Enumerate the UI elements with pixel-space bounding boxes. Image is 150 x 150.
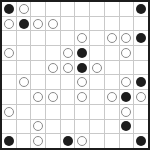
board-cell-r5c1[interactable] bbox=[17, 75, 31, 89]
board-cell-r9c0[interactable] bbox=[2, 134, 16, 148]
board-cell-r8c2[interactable] bbox=[31, 120, 45, 134]
board-cell-r3c6[interactable] bbox=[90, 46, 104, 60]
board-cell-r4c3[interactable] bbox=[46, 61, 60, 75]
white-circle bbox=[121, 33, 131, 43]
board-cell-r2c9[interactable] bbox=[134, 31, 148, 45]
board-cell-r0c5[interactable] bbox=[75, 2, 89, 16]
white-circle bbox=[33, 92, 43, 102]
board-cell-r9c3[interactable] bbox=[46, 134, 60, 148]
board-cell-r9c7[interactable] bbox=[105, 134, 119, 148]
board-cell-r1c4[interactable] bbox=[61, 17, 75, 31]
board-cell-r3c3[interactable] bbox=[46, 46, 60, 60]
black-circle bbox=[121, 92, 131, 102]
board-cell-r8c9[interactable] bbox=[134, 120, 148, 134]
board-cell-r9c1[interactable] bbox=[17, 134, 31, 148]
board-cell-r0c7[interactable] bbox=[105, 2, 119, 16]
board-cell-r1c3[interactable] bbox=[46, 17, 60, 31]
board-cell-r9c6[interactable] bbox=[90, 134, 104, 148]
board-cell-r9c5[interactable] bbox=[75, 134, 89, 148]
board-cell-r2c3[interactable] bbox=[46, 31, 60, 45]
board-cell-r2c7[interactable] bbox=[105, 31, 119, 45]
board-cell-r0c9[interactable] bbox=[134, 2, 148, 16]
white-circle bbox=[33, 136, 43, 146]
white-circle bbox=[121, 77, 131, 87]
black-circle bbox=[19, 19, 29, 29]
white-circle bbox=[63, 63, 73, 73]
white-circle bbox=[77, 136, 87, 146]
board-cell-r8c5[interactable] bbox=[75, 120, 89, 134]
board-cell-r5c3[interactable] bbox=[46, 75, 60, 89]
white-circle bbox=[107, 92, 117, 102]
board-cell-r3c2[interactable] bbox=[31, 46, 45, 60]
board-cell-r7c6[interactable] bbox=[90, 105, 104, 119]
board-cell-r5c5[interactable] bbox=[75, 75, 89, 89]
board-cell-r9c4[interactable] bbox=[61, 134, 75, 148]
board-cell-r8c3[interactable] bbox=[46, 120, 60, 134]
board-cell-r4c1[interactable] bbox=[17, 61, 31, 75]
board-cell-r8c4[interactable] bbox=[61, 120, 75, 134]
board-cell-r2c8[interactable] bbox=[120, 31, 134, 45]
black-circle bbox=[4, 136, 14, 146]
board-cell-r4c9[interactable] bbox=[134, 61, 148, 75]
board-cell-r6c5[interactable] bbox=[75, 90, 89, 104]
white-circle bbox=[19, 4, 29, 14]
black-circle bbox=[136, 4, 146, 14]
board-cell-r7c1[interactable] bbox=[17, 105, 31, 119]
board-cell-r9c8[interactable] bbox=[120, 134, 134, 148]
board-cell-r4c6[interactable] bbox=[90, 61, 104, 75]
board-cell-r3c0[interactable] bbox=[2, 46, 16, 60]
board-cell-r4c8[interactable] bbox=[120, 61, 134, 75]
board-cell-r7c0[interactable] bbox=[2, 105, 16, 119]
board-cell-r3c8[interactable] bbox=[120, 46, 134, 60]
board-cell-r0c0[interactable] bbox=[2, 2, 16, 16]
board-cell-r7c2[interactable] bbox=[31, 105, 45, 119]
white-circle bbox=[77, 33, 87, 43]
white-circle bbox=[136, 92, 146, 102]
white-circle bbox=[107, 33, 117, 43]
board-cell-r2c1[interactable] bbox=[17, 31, 31, 45]
board-cell-r2c4[interactable] bbox=[61, 31, 75, 45]
board-cell-r9c9[interactable] bbox=[134, 134, 148, 148]
board-cell-r4c7[interactable] bbox=[105, 61, 119, 75]
board-cell-r0c8[interactable] bbox=[120, 2, 134, 16]
white-circle bbox=[121, 48, 131, 58]
black-circle bbox=[121, 121, 131, 131]
board-cell-r7c8[interactable] bbox=[120, 105, 134, 119]
black-circle bbox=[136, 77, 146, 87]
board-cell-r6c2[interactable] bbox=[31, 90, 45, 104]
board-cell-r8c6[interactable] bbox=[90, 120, 104, 134]
white-circle bbox=[121, 107, 131, 117]
black-circle bbox=[77, 48, 87, 58]
black-circle bbox=[63, 136, 73, 146]
board-cell-r2c2[interactable] bbox=[31, 31, 45, 45]
board-cell-r9c2[interactable] bbox=[31, 134, 45, 148]
white-circle bbox=[48, 63, 58, 73]
white-circle bbox=[63, 48, 73, 58]
board-cell-r1c8[interactable] bbox=[120, 17, 134, 31]
board-cell-r6c1[interactable] bbox=[17, 90, 31, 104]
board-cell-r5c8[interactable] bbox=[120, 75, 134, 89]
masyu-board bbox=[0, 0, 150, 150]
board-cell-r6c9[interactable] bbox=[134, 90, 148, 104]
board-cell-r0c4[interactable] bbox=[61, 2, 75, 16]
board-cell-r1c5[interactable] bbox=[75, 17, 89, 31]
board-cell-r5c0[interactable] bbox=[2, 75, 16, 89]
white-circle bbox=[92, 63, 102, 73]
white-circle bbox=[48, 19, 58, 29]
board-cell-r3c9[interactable] bbox=[134, 46, 148, 60]
board-cell-r0c1[interactable] bbox=[17, 2, 31, 16]
board-cell-r3c4[interactable] bbox=[61, 46, 75, 60]
white-circle bbox=[4, 48, 14, 58]
board-cell-r1c2[interactable] bbox=[31, 17, 45, 31]
board-cell-r4c5[interactable] bbox=[75, 61, 89, 75]
white-circle bbox=[77, 92, 87, 102]
black-circle bbox=[77, 63, 87, 73]
board-cell-r6c0[interactable] bbox=[2, 90, 16, 104]
board-cell-r4c4[interactable] bbox=[61, 61, 75, 75]
board-cell-r1c0[interactable] bbox=[2, 17, 16, 31]
white-circle bbox=[19, 77, 29, 87]
white-circle bbox=[4, 19, 14, 29]
board-cell-r5c4[interactable] bbox=[61, 75, 75, 89]
board-cell-r5c9[interactable] bbox=[134, 75, 148, 89]
board-cell-r8c7[interactable] bbox=[105, 120, 119, 134]
board-cell-r0c2[interactable] bbox=[31, 2, 45, 16]
black-circle bbox=[4, 4, 14, 14]
board-cell-r7c5[interactable] bbox=[75, 105, 89, 119]
board-cell-r5c2[interactable] bbox=[31, 75, 45, 89]
board-cell-r6c8[interactable] bbox=[120, 90, 134, 104]
board-cell-r4c2[interactable] bbox=[31, 61, 45, 75]
board-cell-r2c6[interactable] bbox=[90, 31, 104, 45]
board-cell-r8c0[interactable] bbox=[2, 120, 16, 134]
board-cell-r3c7[interactable] bbox=[105, 46, 119, 60]
board-cell-r2c5[interactable] bbox=[75, 31, 89, 45]
black-circle bbox=[136, 136, 146, 146]
board-cell-r1c9[interactable] bbox=[134, 17, 148, 31]
board-cell-r6c7[interactable] bbox=[105, 90, 119, 104]
board-cell-r8c8[interactable] bbox=[120, 120, 134, 134]
board-cell-r6c3[interactable] bbox=[46, 90, 60, 104]
board-cell-r5c7[interactable] bbox=[105, 75, 119, 89]
board-cell-r1c7[interactable] bbox=[105, 17, 119, 31]
board-cell-r4c0[interactable] bbox=[2, 61, 16, 75]
board-cell-r7c3[interactable] bbox=[46, 105, 60, 119]
board-cell-r6c6[interactable] bbox=[90, 90, 104, 104]
board-cell-r6c4[interactable] bbox=[61, 90, 75, 104]
white-circle bbox=[4, 107, 14, 117]
board-cell-r1c6[interactable] bbox=[90, 17, 104, 31]
board-cell-r3c1[interactable] bbox=[17, 46, 31, 60]
white-circle bbox=[33, 121, 43, 131]
board-cell-r7c4[interactable] bbox=[61, 105, 75, 119]
white-circle bbox=[48, 92, 58, 102]
board-cell-r2c0[interactable] bbox=[2, 31, 16, 45]
white-circle bbox=[33, 19, 43, 29]
board-cell-r7c7[interactable] bbox=[105, 105, 119, 119]
board-cell-r3c5[interactable] bbox=[75, 46, 89, 60]
black-circle bbox=[136, 33, 146, 43]
board-cell-r1c1[interactable] bbox=[17, 17, 31, 31]
white-circle bbox=[77, 77, 87, 87]
board-cell-r5c6[interactable] bbox=[90, 75, 104, 89]
board-cell-r0c3[interactable] bbox=[46, 2, 60, 16]
board-cell-r0c6[interactable] bbox=[90, 2, 104, 16]
board-cell-r8c1[interactable] bbox=[17, 120, 31, 134]
board-cell-r7c9[interactable] bbox=[134, 105, 148, 119]
